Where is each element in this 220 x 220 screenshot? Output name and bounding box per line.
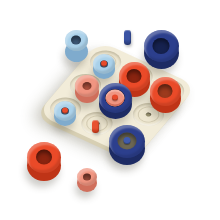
ring-navy-offboard[interactable] bbox=[144, 30, 179, 62]
ring-lightblue-r0c0[interactable] bbox=[93, 54, 115, 74]
ring-pink-r1c0-hole bbox=[83, 82, 92, 90]
peg-red-r2c1[interactable] bbox=[92, 120, 99, 133]
ring-red-r0c2-hole bbox=[158, 84, 173, 98]
ring-pink-r1c0[interactable] bbox=[75, 75, 99, 97]
ring-lightblue-r2c0-peg bbox=[62, 108, 68, 114]
pieces-layer bbox=[0, 0, 220, 220]
ring-lightblue-r2c0[interactable] bbox=[54, 101, 76, 121]
ring-navy-bullseye-r1c1-peg bbox=[112, 95, 118, 101]
ring-navy-xl-r2c2[interactable] bbox=[109, 125, 145, 158]
ring-pink-offboard[interactable] bbox=[77, 168, 97, 186]
peg-blue-offboard[interactable] bbox=[124, 30, 131, 45]
ring-red-offboard-hole bbox=[36, 150, 52, 165]
ring-red-r0c2[interactable] bbox=[150, 77, 181, 106]
ring-lightblue-r0c0-peg bbox=[101, 61, 107, 67]
ring-red-r0c1-hole bbox=[127, 69, 142, 83]
cylinder-lightblue-offboard-hole bbox=[71, 36, 81, 45]
ring-navy-bullseye-r1c1[interactable] bbox=[99, 83, 132, 113]
cylinder-lightblue-offboard[interactable] bbox=[65, 30, 88, 51]
ring-navy-offboard-hole bbox=[153, 38, 170, 54]
ring-pink-offboard-hole bbox=[83, 174, 91, 181]
ring-navy-xl-r2c2-peg bbox=[124, 137, 131, 144]
scene bbox=[0, 0, 220, 220]
ring-red-offboard[interactable] bbox=[27, 142, 61, 173]
